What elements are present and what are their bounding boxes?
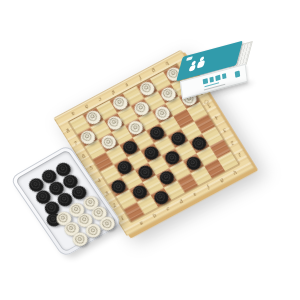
box-badge <box>235 70 241 77</box>
box-logo <box>186 56 193 60</box>
box-illustration-figure-body <box>189 65 196 72</box>
packaging-box <box>168 34 263 113</box>
product-photo-scene: aabbccddeeffgghh1122334455667788◇●●●●●●●… <box>0 0 300 300</box>
box-illustration-figure2-body <box>197 60 206 69</box>
